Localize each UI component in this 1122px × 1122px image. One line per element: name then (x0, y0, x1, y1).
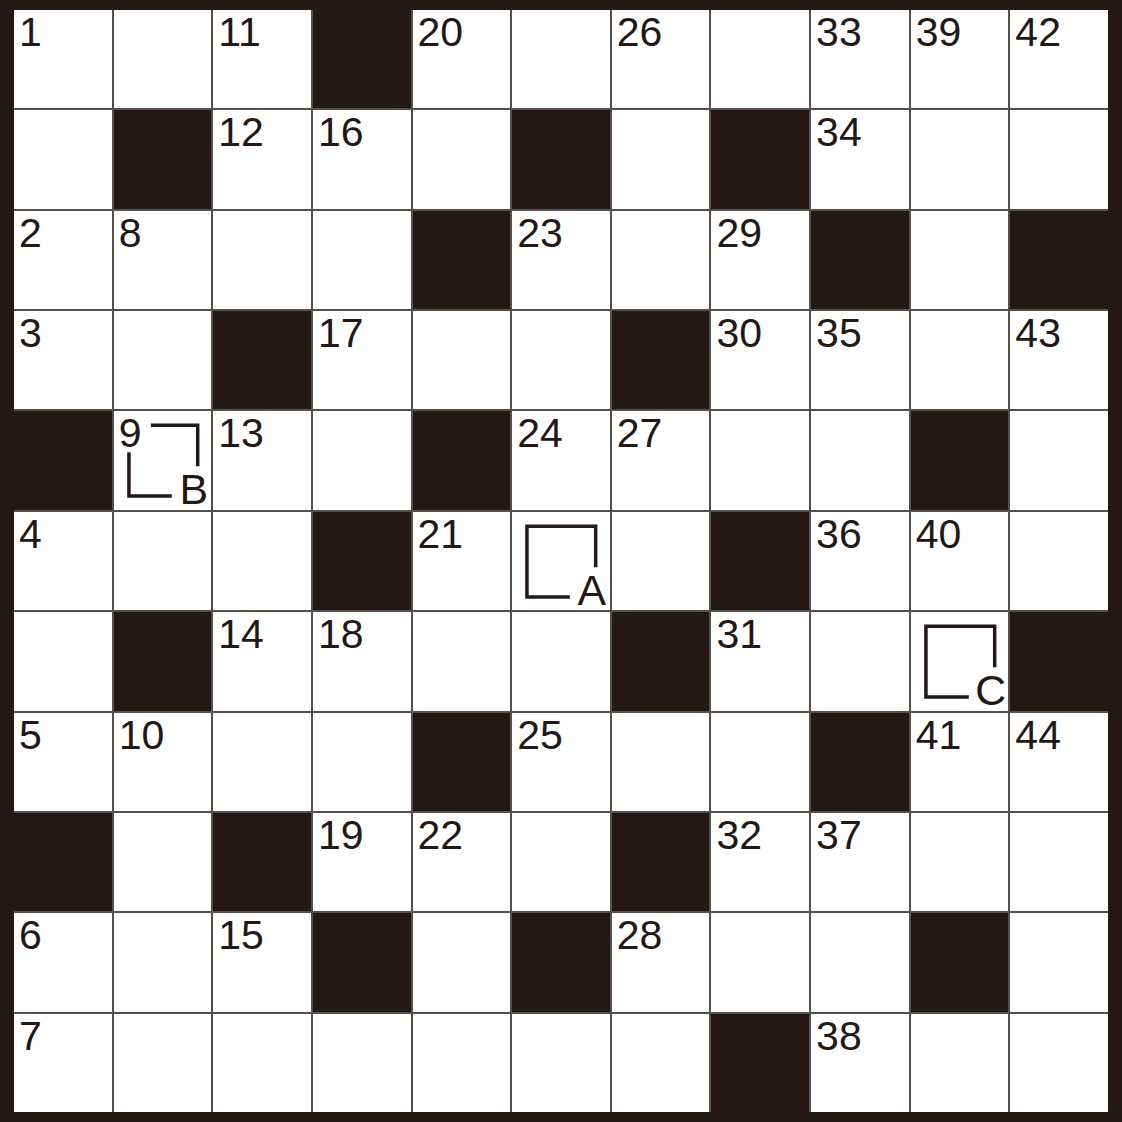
cell-r6c8 (711, 512, 809, 610)
cell-r7c6[interactable] (512, 612, 610, 710)
marker-bracket-c-icon: C (911, 612, 1009, 710)
cell-r2c5[interactable] (413, 110, 511, 208)
cell-r2c7[interactable] (612, 110, 710, 208)
cell-r2c9[interactable]: 34 (811, 110, 909, 208)
clue-number: 10 (119, 714, 165, 757)
cell-r1c7[interactable]: 26 (612, 10, 710, 108)
cell-r8c10[interactable]: 41 (911, 713, 1009, 811)
cell-r1c4 (313, 10, 411, 108)
cell-r2c6 (512, 110, 610, 208)
clue-number: 12 (218, 111, 264, 154)
cell-r8c7[interactable] (612, 713, 710, 811)
cell-r3c10[interactable] (911, 211, 1009, 309)
cell-r1c1[interactable]: 1 (14, 10, 112, 108)
cell-r1c6[interactable] (512, 10, 610, 108)
cell-r11c5[interactable] (413, 1014, 511, 1112)
cell-r1c5[interactable]: 20 (413, 10, 511, 108)
cell-r4c11[interactable]: 43 (1010, 311, 1108, 409)
cell-r4c9[interactable]: 35 (811, 311, 909, 409)
cell-r6c6[interactable]: A (512, 512, 610, 610)
clue-number: 37 (816, 814, 862, 857)
clue-number: 15 (218, 914, 264, 957)
clue-number: 18 (318, 613, 364, 656)
cell-r9c11[interactable] (1010, 813, 1108, 911)
cell-r8c6[interactable]: 25 (512, 713, 610, 811)
clue-number: 27 (617, 412, 663, 455)
cell-r9c5[interactable]: 22 (413, 813, 511, 911)
cell-r9c1 (14, 813, 112, 911)
cell-r5c8[interactable] (711, 411, 809, 509)
cell-r5c4[interactable] (313, 411, 411, 509)
clue-number: 38 (816, 1015, 862, 1058)
cell-r5c6[interactable]: 24 (512, 411, 610, 509)
clue-number: 31 (716, 613, 762, 656)
clue-number: 19 (318, 814, 364, 857)
cell-r4c4[interactable]: 17 (313, 311, 411, 409)
cell-r9c6[interactable] (512, 813, 610, 911)
cell-r1c10[interactable]: 39 (911, 10, 1009, 108)
cell-r5c10 (911, 411, 1009, 509)
cell-r5c1 (14, 411, 112, 509)
cell-r8c4[interactable] (313, 713, 411, 811)
cell-r2c3[interactable]: 12 (213, 110, 311, 208)
cell-r7c5[interactable] (413, 612, 511, 710)
cell-r1c8[interactable] (711, 10, 809, 108)
cell-r4c2[interactable] (114, 311, 212, 409)
cell-r11c9[interactable]: 38 (811, 1014, 909, 1112)
cell-r11c3[interactable] (213, 1014, 311, 1112)
cell-r4c6[interactable] (512, 311, 610, 409)
cell-r8c8[interactable] (711, 713, 809, 811)
cell-r2c10[interactable] (911, 110, 1009, 208)
cell-r4c10[interactable] (911, 311, 1009, 409)
cell-r10c5[interactable] (413, 913, 511, 1011)
cell-r6c4 (313, 512, 411, 610)
cell-r8c2[interactable]: 10 (114, 713, 212, 811)
cell-r11c8 (711, 1014, 809, 1112)
cell-r4c3 (213, 311, 311, 409)
cell-r10c3[interactable]: 15 (213, 913, 311, 1011)
clue-number: 42 (1015, 11, 1061, 54)
cell-r7c9[interactable] (811, 612, 909, 710)
cell-r10c9[interactable] (811, 913, 909, 1011)
cell-r6c3[interactable] (213, 512, 311, 610)
cell-r7c1[interactable] (14, 612, 112, 710)
cell-r10c6 (512, 913, 610, 1011)
marker-bracket-a-icon: A (512, 512, 610, 610)
clue-number: 24 (517, 412, 563, 455)
cell-r8c11[interactable]: 44 (1010, 713, 1108, 811)
cell-r3c1[interactable]: 2 (14, 211, 112, 309)
cell-r5c11[interactable] (1010, 411, 1108, 509)
cell-r3c8[interactable]: 29 (711, 211, 809, 309)
cell-r4c7 (612, 311, 710, 409)
cell-r1c9[interactable]: 33 (811, 10, 909, 108)
cell-r5c5 (413, 411, 511, 509)
clue-number: 1 (19, 11, 42, 54)
clue-number: 16 (318, 111, 364, 154)
cell-r5c7[interactable]: 27 (612, 411, 710, 509)
cell-r10c7[interactable]: 28 (612, 913, 710, 1011)
cell-r9c2[interactable] (114, 813, 212, 911)
cell-r9c9[interactable]: 37 (811, 813, 909, 911)
cell-r1c3[interactable]: 11 (213, 10, 311, 108)
cell-r11c4[interactable] (313, 1014, 411, 1112)
cell-r4c5[interactable] (413, 311, 511, 409)
clue-number: 5 (19, 714, 42, 757)
cell-r8c1[interactable]: 5 (14, 713, 112, 811)
clue-number: 14 (218, 613, 264, 656)
cell-r7c3[interactable]: 14 (213, 612, 311, 710)
cell-r7c2 (114, 612, 212, 710)
cell-r10c4 (313, 913, 411, 1011)
clue-number: 32 (716, 814, 762, 857)
cell-r7c4[interactable]: 18 (313, 612, 411, 710)
cell-r3c3[interactable] (213, 211, 311, 309)
cell-r3c6[interactable]: 23 (512, 211, 610, 309)
cell-r1c11[interactable]: 42 (1010, 10, 1108, 108)
cell-r2c4[interactable]: 16 (313, 110, 411, 208)
cell-r11c6[interactable] (512, 1014, 610, 1112)
clue-number: 44 (1015, 714, 1061, 757)
cell-r3c7[interactable] (612, 211, 710, 309)
cell-r4c8[interactable]: 30 (711, 311, 809, 409)
cell-r6c9[interactable]: 36 (811, 512, 909, 610)
clue-number: 28 (617, 914, 663, 957)
cell-r2c11[interactable] (1010, 110, 1108, 208)
cell-r1c2[interactable] (114, 10, 212, 108)
cell-r7c10[interactable]: C (911, 612, 1009, 710)
clue-number: 25 (517, 714, 563, 757)
clue-number: 40 (916, 513, 962, 556)
cell-r2c2 (114, 110, 212, 208)
cell-r6c11[interactable] (1010, 512, 1108, 610)
cell-r5c3[interactable]: 13 (213, 411, 311, 509)
cell-r7c8[interactable]: 31 (711, 612, 809, 710)
crossword-board: 11120263339421216342823293173035439B1324… (0, 0, 1122, 1122)
clue-number: 11 (218, 11, 261, 54)
clue-number: 6 (19, 914, 42, 957)
clue-number: 41 (916, 714, 962, 757)
clue-number: 23 (517, 212, 563, 255)
cell-r6c10[interactable]: 40 (911, 512, 1009, 610)
cell-r5c2[interactable]: 9B (114, 411, 212, 509)
marker-letter: C (975, 666, 1006, 710)
clue-number: 36 (816, 513, 862, 556)
clue-number: 22 (418, 814, 464, 857)
cell-r6c1[interactable]: 4 (14, 512, 112, 610)
cell-r11c11[interactable] (1010, 1014, 1108, 1112)
clue-number: 4 (19, 513, 42, 556)
clue-number: 3 (19, 312, 42, 355)
clue-number: 35 (816, 312, 862, 355)
cell-r9c7 (612, 813, 710, 911)
marker-letter: A (578, 566, 607, 610)
cell-r8c9 (811, 713, 909, 811)
cell-r9c8[interactable]: 32 (711, 813, 809, 911)
clue-number: 9 (119, 412, 142, 455)
cell-r4c1[interactable]: 3 (14, 311, 112, 409)
clue-number: 39 (916, 11, 962, 54)
clue-number: 33 (816, 11, 862, 54)
clue-number: 20 (418, 11, 464, 54)
cell-r9c3 (213, 813, 311, 911)
cell-r10c8[interactable] (711, 913, 809, 1011)
clue-number: 26 (617, 11, 663, 54)
cell-r10c10 (911, 913, 1009, 1011)
cell-r9c4[interactable]: 19 (313, 813, 411, 911)
cell-r10c2[interactable] (114, 913, 212, 1011)
cell-r2c1[interactable] (14, 110, 112, 208)
cell-r3c11 (1010, 211, 1108, 309)
cell-r10c11[interactable] (1010, 913, 1108, 1011)
cell-r2c8 (711, 110, 809, 208)
cell-r11c10[interactable] (911, 1014, 1009, 1112)
clue-number: 7 (19, 1015, 42, 1058)
cell-r11c1[interactable]: 7 (14, 1014, 112, 1112)
cell-r7c11 (1010, 612, 1108, 710)
cell-r5c9[interactable] (811, 411, 909, 509)
cell-r3c4[interactable] (313, 211, 411, 309)
clue-number: 34 (816, 111, 862, 154)
cell-r6c7[interactable] (612, 512, 710, 610)
clue-number: 2 (19, 212, 42, 255)
clue-number: 30 (716, 312, 762, 355)
clue-number: 29 (716, 212, 762, 255)
cell-r6c2[interactable] (114, 512, 212, 610)
cell-r3c9 (811, 211, 909, 309)
cell-r11c2[interactable] (114, 1014, 212, 1112)
marker-letter: B (179, 465, 208, 509)
clue-number: 43 (1015, 312, 1061, 355)
cell-r3c5 (413, 211, 511, 309)
cell-r3c2[interactable]: 8 (114, 211, 212, 309)
clue-number: 17 (318, 312, 364, 355)
clue-number: 8 (119, 212, 142, 255)
clue-number: 21 (418, 513, 464, 556)
cell-r10c1[interactable]: 6 (14, 913, 112, 1011)
cell-r7c7 (612, 612, 710, 710)
cell-r9c10[interactable] (911, 813, 1009, 911)
cell-r11c7[interactable] (612, 1014, 710, 1112)
cell-r8c5 (413, 713, 511, 811)
cell-r6c5[interactable]: 21 (413, 512, 511, 610)
cell-r8c3[interactable] (213, 713, 311, 811)
clue-number: 13 (218, 412, 264, 455)
